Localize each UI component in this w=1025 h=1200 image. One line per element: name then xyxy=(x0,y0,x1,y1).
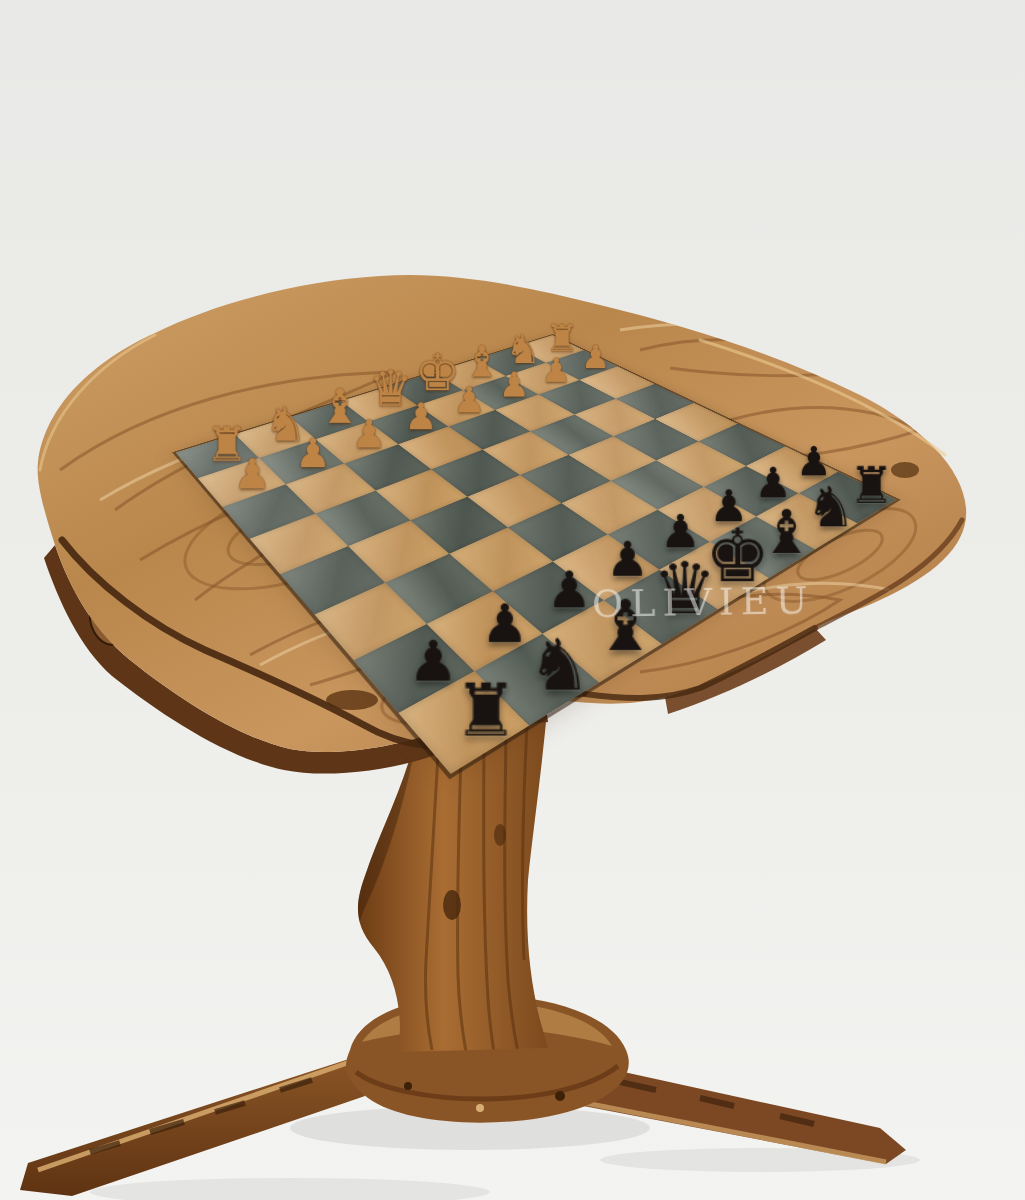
black-rook: ♜ xyxy=(438,674,535,747)
white-pawn: ♟ xyxy=(219,453,285,494)
scene: ♜♞♝♛♚♝♞♜♟♟♟♟♟♟♟♟♟♟♟♟♟♟♟♟♜♞♝♛♚♝♞♜ OLIVIEU xyxy=(0,0,1025,1200)
white-pawn: ♟ xyxy=(281,433,345,473)
white-pawn: ♟ xyxy=(392,398,451,435)
white-pawn: ♟ xyxy=(339,415,400,453)
